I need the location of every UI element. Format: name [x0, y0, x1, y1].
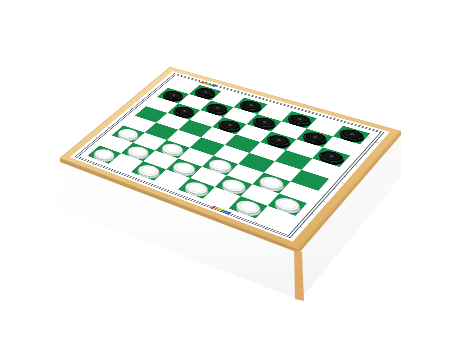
coordinate-mark [300, 226, 302, 227]
coordinate-mark [265, 228, 267, 229]
coordinate-mark [311, 213, 313, 214]
coordinate-mark [333, 188, 335, 189]
coordinate-mark [344, 176, 346, 177]
coordinate-mark [211, 208, 213, 209]
coordinate-mark [237, 218, 239, 219]
coordinate-mark [375, 142, 377, 143]
coordinate-mark [355, 164, 357, 165]
coordinate-mark [322, 201, 324, 202]
coordinate-mark [161, 189, 163, 190]
product-photo-scene [0, 0, 450, 360]
coordinate-mark [365, 153, 367, 154]
coordinate-mark [185, 198, 187, 199]
